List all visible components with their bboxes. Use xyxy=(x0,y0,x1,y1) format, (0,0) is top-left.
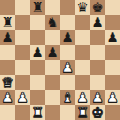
square-g1[interactable]: ♚ xyxy=(90,105,105,120)
square-c8[interactable]: ♜ xyxy=(30,0,45,15)
square-c3[interactable] xyxy=(30,75,45,90)
square-b7[interactable] xyxy=(15,15,30,30)
square-h2[interactable]: ♟ xyxy=(105,90,120,105)
square-e4[interactable]: ♟ xyxy=(60,60,75,75)
white-pawn-icon[interactable]: ♟ xyxy=(15,90,30,105)
square-b3[interactable] xyxy=(15,75,30,90)
square-d2[interactable] xyxy=(45,90,60,105)
square-f3[interactable] xyxy=(75,75,90,90)
black-queen-icon[interactable]: ♛ xyxy=(75,0,90,15)
square-g6[interactable] xyxy=(90,30,105,45)
square-f6[interactable] xyxy=(75,30,90,45)
square-g5[interactable] xyxy=(90,45,105,60)
square-d4[interactable] xyxy=(45,60,60,75)
square-b2[interactable]: ♟ xyxy=(15,90,30,105)
square-g7[interactable]: ♟ xyxy=(90,15,105,30)
square-g3[interactable] xyxy=(90,75,105,90)
white-pawn-icon[interactable]: ♟ xyxy=(90,90,105,105)
square-c5[interactable]: ♟ xyxy=(30,45,45,60)
square-d3[interactable] xyxy=(45,75,60,90)
square-a4[interactable] xyxy=(0,60,15,75)
square-f7[interactable] xyxy=(75,15,90,30)
square-b1[interactable] xyxy=(15,105,30,120)
black-king-icon[interactable]: ♚ xyxy=(90,0,105,15)
square-c4[interactable] xyxy=(30,60,45,75)
black-pawn-icon[interactable]: ♟ xyxy=(90,15,105,30)
square-b5[interactable] xyxy=(15,45,30,60)
square-c2[interactable] xyxy=(30,90,45,105)
square-f1[interactable]: ♜ xyxy=(75,105,90,120)
square-h8[interactable] xyxy=(105,0,120,15)
square-d8[interactable] xyxy=(45,0,60,15)
square-a2[interactable]: ♟ xyxy=(0,90,15,105)
black-pawn-icon[interactable]: ♟ xyxy=(0,30,15,45)
square-b6[interactable] xyxy=(15,30,30,45)
square-h7[interactable] xyxy=(105,15,120,30)
square-h1[interactable] xyxy=(105,105,120,120)
black-rook-icon[interactable]: ♜ xyxy=(0,15,15,30)
square-a3[interactable]: ♛ xyxy=(0,75,15,90)
square-f2[interactable]: ♟ xyxy=(75,90,90,105)
square-a6[interactable]: ♟ xyxy=(0,30,15,45)
square-h4[interactable] xyxy=(105,60,120,75)
square-c7[interactable] xyxy=(30,15,45,30)
square-a1[interactable] xyxy=(0,105,15,120)
square-c1[interactable]: ♜ xyxy=(30,105,45,120)
square-e2[interactable]: ♝ xyxy=(60,90,75,105)
white-rook-icon[interactable]: ♜ xyxy=(75,105,90,120)
white-pawn-icon[interactable]: ♟ xyxy=(0,90,15,105)
black-knight-icon[interactable]: ♞ xyxy=(45,15,60,30)
square-h3[interactable] xyxy=(105,75,120,90)
square-h5[interactable] xyxy=(105,45,120,60)
white-king-icon[interactable]: ♚ xyxy=(90,105,105,120)
white-queen-icon[interactable]: ♛ xyxy=(0,75,15,90)
square-g8[interactable]: ♚ xyxy=(90,0,105,15)
square-e5[interactable] xyxy=(60,45,75,60)
black-rook-icon[interactable]: ♜ xyxy=(30,0,45,15)
square-h6[interactable]: ♟ xyxy=(105,30,120,45)
square-e7[interactable] xyxy=(60,15,75,30)
square-a8[interactable] xyxy=(0,0,15,15)
white-pawn-icon[interactable]: ♟ xyxy=(75,90,90,105)
square-d5[interactable]: ♟ xyxy=(45,45,60,60)
black-pawn-icon[interactable]: ♟ xyxy=(45,45,60,60)
chess-board: ♜♛♚♜♞♟♟♟♟♟♟♟♛♟♟♝♟♟♟♜♜♚ xyxy=(0,0,120,120)
white-pawn-icon[interactable]: ♟ xyxy=(105,90,120,105)
black-pawn-icon[interactable]: ♟ xyxy=(30,45,45,60)
square-d6[interactable] xyxy=(45,30,60,45)
square-g4[interactable] xyxy=(90,60,105,75)
square-c6[interactable] xyxy=(30,30,45,45)
square-b8[interactable] xyxy=(15,0,30,15)
white-bishop-icon[interactable]: ♝ xyxy=(60,90,75,105)
white-rook-icon[interactable]: ♜ xyxy=(30,105,45,120)
square-d1[interactable] xyxy=(45,105,60,120)
square-d7[interactable]: ♞ xyxy=(45,15,60,30)
black-pawn-icon[interactable]: ♟ xyxy=(105,30,120,45)
square-e3[interactable] xyxy=(60,75,75,90)
square-a7[interactable]: ♜ xyxy=(0,15,15,30)
square-a5[interactable] xyxy=(0,45,15,60)
white-pawn-icon[interactable]: ♟ xyxy=(60,60,75,75)
square-e8[interactable] xyxy=(60,0,75,15)
square-f8[interactable]: ♛ xyxy=(75,0,90,15)
square-e1[interactable] xyxy=(60,105,75,120)
square-e6[interactable]: ♟ xyxy=(60,30,75,45)
square-b4[interactable] xyxy=(15,60,30,75)
black-pawn-icon[interactable]: ♟ xyxy=(60,30,75,45)
square-f4[interactable] xyxy=(75,60,90,75)
square-f5[interactable] xyxy=(75,45,90,60)
square-g2[interactable]: ♟ xyxy=(90,90,105,105)
